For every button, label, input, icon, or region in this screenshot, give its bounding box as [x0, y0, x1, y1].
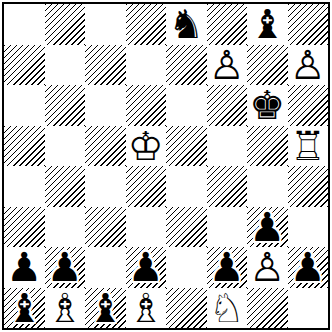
square-d6[interactable]: [126, 85, 167, 126]
square-e5[interactable]: [166, 126, 207, 167]
square-g8[interactable]: ♝: [247, 4, 288, 45]
square-c8[interactable]: [85, 4, 126, 45]
square-a4[interactable]: [4, 166, 45, 207]
piece-black-king[interactable]: ♚: [249, 85, 285, 125]
piece-black-pawn[interactable]: ♟: [249, 207, 285, 247]
piece-black-pawn[interactable]: ♟: [128, 247, 164, 287]
square-e6[interactable]: [166, 85, 207, 126]
square-b8[interactable]: [45, 4, 86, 45]
square-a5[interactable]: [4, 126, 45, 167]
square-e7[interactable]: [166, 45, 207, 86]
square-a3[interactable]: [4, 207, 45, 248]
piece-white-rook[interactable]: ♖: [290, 126, 326, 166]
piece-white-bishop[interactable]: ♗: [47, 288, 83, 328]
square-h2[interactable]: ♟: [288, 247, 329, 288]
piece-white-king[interactable]: ♔: [128, 126, 164, 166]
square-f1[interactable]: ♘: [207, 288, 248, 329]
square-g2[interactable]: ♙: [247, 247, 288, 288]
square-e4[interactable]: [166, 166, 207, 207]
square-g7[interactable]: [247, 45, 288, 86]
chess-board: ♞♝♙♙♚♔♖♟♟♟♟♟♙♟♝♗♝♗♘: [2, 2, 330, 330]
square-h3[interactable]: [288, 207, 329, 248]
square-h7[interactable]: ♙: [288, 45, 329, 86]
square-d4[interactable]: [126, 166, 167, 207]
square-b5[interactable]: [45, 126, 86, 167]
square-h4[interactable]: [288, 166, 329, 207]
square-g5[interactable]: [247, 126, 288, 167]
piece-black-bishop[interactable]: ♝: [6, 288, 42, 328]
square-c7[interactable]: [85, 45, 126, 86]
square-a1[interactable]: ♝: [4, 288, 45, 329]
square-b6[interactable]: [45, 85, 86, 126]
square-a2[interactable]: ♟: [4, 247, 45, 288]
chess-diagram: ♞♝♙♙♚♔♖♟♟♟♟♟♙♟♝♗♝♗♘: [0, 0, 332, 332]
square-b4[interactable]: [45, 166, 86, 207]
square-e8[interactable]: ♞: [166, 4, 207, 45]
square-h8[interactable]: [288, 4, 329, 45]
square-g3[interactable]: ♟: [247, 207, 288, 248]
square-b7[interactable]: [45, 45, 86, 86]
piece-white-bishop[interactable]: ♗: [128, 288, 164, 328]
square-c6[interactable]: [85, 85, 126, 126]
piece-white-pawn[interactable]: ♙: [249, 247, 285, 287]
piece-black-knight[interactable]: ♞: [168, 4, 204, 44]
square-f7[interactable]: ♙: [207, 45, 248, 86]
square-d3[interactable]: [126, 207, 167, 248]
square-f6[interactable]: [207, 85, 248, 126]
square-g4[interactable]: [247, 166, 288, 207]
square-c1[interactable]: ♝: [85, 288, 126, 329]
piece-white-knight[interactable]: ♘: [209, 288, 245, 328]
square-a7[interactable]: [4, 45, 45, 86]
square-b2[interactable]: ♟: [45, 247, 86, 288]
square-b1[interactable]: ♗: [45, 288, 86, 329]
square-f8[interactable]: [207, 4, 248, 45]
square-b3[interactable]: [45, 207, 86, 248]
square-d8[interactable]: [126, 4, 167, 45]
square-e1[interactable]: [166, 288, 207, 329]
square-d7[interactable]: [126, 45, 167, 86]
square-c2[interactable]: [85, 247, 126, 288]
square-f3[interactable]: [207, 207, 248, 248]
piece-white-pawn[interactable]: ♙: [209, 45, 245, 85]
piece-black-bishop[interactable]: ♝: [249, 4, 285, 44]
square-c3[interactable]: [85, 207, 126, 248]
square-d2[interactable]: ♟: [126, 247, 167, 288]
square-h1[interactable]: [288, 288, 329, 329]
square-d5[interactable]: ♔: [126, 126, 167, 167]
square-h5[interactable]: ♖: [288, 126, 329, 167]
square-f4[interactable]: [207, 166, 248, 207]
square-c5[interactable]: [85, 126, 126, 167]
square-g6[interactable]: ♚: [247, 85, 288, 126]
piece-black-pawn[interactable]: ♟: [209, 247, 245, 287]
square-h6[interactable]: [288, 85, 329, 126]
square-f2[interactable]: ♟: [207, 247, 248, 288]
square-f5[interactable]: [207, 126, 248, 167]
square-a6[interactable]: [4, 85, 45, 126]
square-d1[interactable]: ♗: [126, 288, 167, 329]
square-a8[interactable]: [4, 4, 45, 45]
square-e2[interactable]: [166, 247, 207, 288]
piece-black-pawn[interactable]: ♟: [290, 247, 326, 287]
square-g1[interactable]: [247, 288, 288, 329]
piece-black-pawn[interactable]: ♟: [6, 247, 42, 287]
square-c4[interactable]: [85, 166, 126, 207]
piece-black-bishop[interactable]: ♝: [87, 288, 123, 328]
piece-black-pawn[interactable]: ♟: [47, 247, 83, 287]
square-e3[interactable]: [166, 207, 207, 248]
piece-white-pawn[interactable]: ♙: [290, 45, 326, 85]
